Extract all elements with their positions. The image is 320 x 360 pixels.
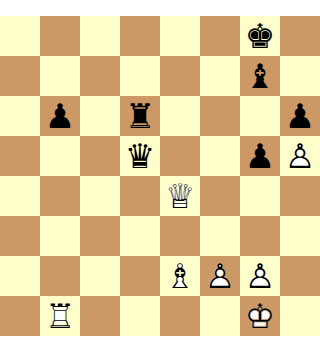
square-g5[interactable]: ♟ (240, 136, 280, 176)
square-e6[interactable] (160, 96, 200, 136)
square-b8[interactable] (40, 16, 80, 56)
square-c6[interactable] (80, 96, 120, 136)
page-title (0, 0, 320, 16)
square-a6[interactable] (0, 96, 40, 136)
square-e1[interactable] (160, 296, 200, 336)
square-g2[interactable]: ♟♙ (240, 256, 280, 296)
square-h3[interactable] (280, 216, 320, 256)
square-d7[interactable] (120, 56, 160, 96)
square-a3[interactable] (0, 216, 40, 256)
white-queen[interactable]: ♛♕ (160, 176, 200, 216)
square-d1[interactable] (120, 296, 160, 336)
square-e7[interactable] (160, 56, 200, 96)
square-d4[interactable] (120, 176, 160, 216)
white-bishop[interactable]: ♝♗ (160, 256, 200, 296)
square-d3[interactable] (120, 216, 160, 256)
square-c7[interactable] (80, 56, 120, 96)
square-g8[interactable]: ♚ (240, 16, 280, 56)
black-pawn[interactable]: ♟ (280, 96, 320, 136)
square-d2[interactable] (120, 256, 160, 296)
square-a2[interactable] (0, 256, 40, 296)
king-fill-glyph: ♚ (240, 16, 280, 56)
black-queen[interactable]: ♛ (120, 136, 160, 176)
bishop-fill-glyph: ♝ (240, 56, 280, 96)
square-f5[interactable] (200, 136, 240, 176)
square-g3[interactable] (240, 216, 280, 256)
square-h5[interactable]: ♟♙ (280, 136, 320, 176)
square-g7[interactable]: ♝ (240, 56, 280, 96)
pawn-fill-glyph: ♟ (280, 96, 320, 136)
square-g6[interactable] (240, 96, 280, 136)
white-pawn[interactable]: ♟♙ (240, 256, 280, 296)
square-a4[interactable] (0, 176, 40, 216)
square-b6[interactable]: ♟ (40, 96, 80, 136)
square-f1[interactable] (200, 296, 240, 336)
square-e2[interactable]: ♝♗ (160, 256, 200, 296)
square-b1[interactable]: ♜♖ (40, 296, 80, 336)
white-pawn[interactable]: ♟♙ (200, 256, 240, 296)
king-outline-glyph: ♔ (240, 296, 280, 336)
square-h8[interactable] (280, 16, 320, 56)
square-h7[interactable] (280, 56, 320, 96)
black-pawn[interactable]: ♟ (40, 96, 80, 136)
queen-outline-glyph: ♕ (160, 176, 200, 216)
square-h2[interactable] (280, 256, 320, 296)
square-a5[interactable] (0, 136, 40, 176)
square-a8[interactable] (0, 16, 40, 56)
white-pawn[interactable]: ♟♙ (280, 136, 320, 176)
rook-fill-glyph: ♜ (120, 96, 160, 136)
pawn-outline-glyph: ♙ (280, 136, 320, 176)
square-f6[interactable] (200, 96, 240, 136)
square-e8[interactable] (160, 16, 200, 56)
square-h4[interactable] (280, 176, 320, 216)
square-a1[interactable] (0, 296, 40, 336)
square-b3[interactable] (40, 216, 80, 256)
square-f7[interactable] (200, 56, 240, 96)
black-king[interactable]: ♚ (240, 16, 280, 56)
black-bishop[interactable]: ♝ (240, 56, 280, 96)
square-g1[interactable]: ♚♔ (240, 296, 280, 336)
square-e4[interactable]: ♛♕ (160, 176, 200, 216)
square-g4[interactable] (240, 176, 280, 216)
chess-board: ♚♝♟♜♟♛♟♟♙♛♕♝♗♟♙♟♙♜♖♚♔ (0, 16, 320, 336)
square-f2[interactable]: ♟♙ (200, 256, 240, 296)
bishop-outline-glyph: ♗ (160, 256, 200, 296)
pawn-fill-glyph: ♟ (40, 96, 80, 136)
square-c4[interactable] (80, 176, 120, 216)
square-c8[interactable] (80, 16, 120, 56)
square-b7[interactable] (40, 56, 80, 96)
rook-outline-glyph: ♖ (40, 296, 80, 336)
white-king[interactable]: ♚♔ (240, 296, 280, 336)
square-f4[interactable] (200, 176, 240, 216)
square-d8[interactable] (120, 16, 160, 56)
square-c1[interactable] (80, 296, 120, 336)
square-d6[interactable]: ♜ (120, 96, 160, 136)
square-f3[interactable] (200, 216, 240, 256)
square-c3[interactable] (80, 216, 120, 256)
square-b5[interactable] (40, 136, 80, 176)
queen-fill-glyph: ♛ (120, 136, 160, 176)
square-d5[interactable]: ♛ (120, 136, 160, 176)
move-prompt (0, 336, 320, 360)
square-c5[interactable] (80, 136, 120, 176)
square-f8[interactable] (200, 16, 240, 56)
white-rook[interactable]: ♜♖ (40, 296, 80, 336)
black-rook[interactable]: ♜ (120, 96, 160, 136)
square-b2[interactable] (40, 256, 80, 296)
square-e5[interactable] (160, 136, 200, 176)
square-h1[interactable] (280, 296, 320, 336)
square-b4[interactable] (40, 176, 80, 216)
square-e3[interactable] (160, 216, 200, 256)
square-a7[interactable] (0, 56, 40, 96)
pawn-outline-glyph: ♙ (200, 256, 240, 296)
pawn-fill-glyph: ♟ (240, 136, 280, 176)
square-h6[interactable]: ♟ (280, 96, 320, 136)
pawn-outline-glyph: ♙ (240, 256, 280, 296)
black-pawn[interactable]: ♟ (240, 136, 280, 176)
square-c2[interactable] (80, 256, 120, 296)
